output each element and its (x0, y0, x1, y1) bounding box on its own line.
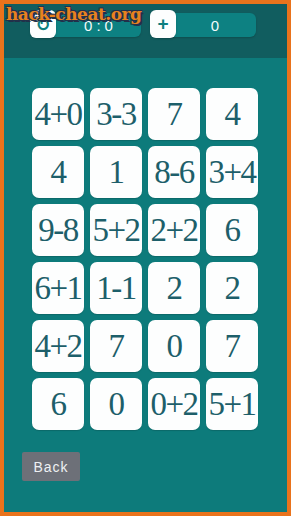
card[interactable]: 8-6 (148, 146, 200, 198)
card[interactable]: 1 (90, 146, 142, 198)
app-screen: hack-cheat.org 0:0 ↻ 0 + 4+0 3-3 7 4 4 1… (0, 0, 291, 516)
card[interactable]: 1-1 (90, 262, 142, 314)
card[interactable]: 4 (32, 146, 84, 198)
score-badge: + (150, 10, 176, 38)
restart-timer-button[interactable]: ↻ (30, 10, 56, 38)
card[interactable]: 2 (148, 262, 200, 314)
card[interactable]: 6 (32, 378, 84, 430)
card[interactable]: 7 (90, 320, 142, 372)
back-button[interactable]: Back (22, 452, 80, 481)
plus-icon: + (157, 13, 168, 35)
card[interactable]: 4+2 (32, 320, 84, 372)
card[interactable]: 4 (206, 88, 258, 140)
card[interactable]: 0 (148, 320, 200, 372)
topbar: 0:0 ↻ 0 + (4, 4, 287, 58)
card[interactable]: 7 (148, 88, 200, 140)
card[interactable]: 5+2 (90, 204, 142, 256)
card[interactable]: 7 (206, 320, 258, 372)
card-grid: 4+0 3-3 7 4 4 1 8-6 3+4 9-8 5+2 2+2 6 6+… (32, 88, 258, 430)
card[interactable]: 6 (206, 204, 258, 256)
score-value: 0 (211, 17, 220, 34)
card[interactable]: 5+1 (206, 378, 258, 430)
card[interactable]: 0 (90, 378, 142, 430)
card[interactable]: 9-8 (32, 204, 84, 256)
restart-clock-icon: ↻ (35, 14, 50, 35)
card[interactable]: 2+2 (148, 204, 200, 256)
card[interactable]: 4+0 (32, 88, 84, 140)
card[interactable]: 6+1 (32, 262, 84, 314)
card[interactable]: 2 (206, 262, 258, 314)
card[interactable]: 3-3 (90, 88, 142, 140)
timer-value: 0:0 (84, 17, 117, 34)
card[interactable]: 3+4 (206, 146, 258, 198)
card[interactable]: 0+2 (148, 378, 200, 430)
